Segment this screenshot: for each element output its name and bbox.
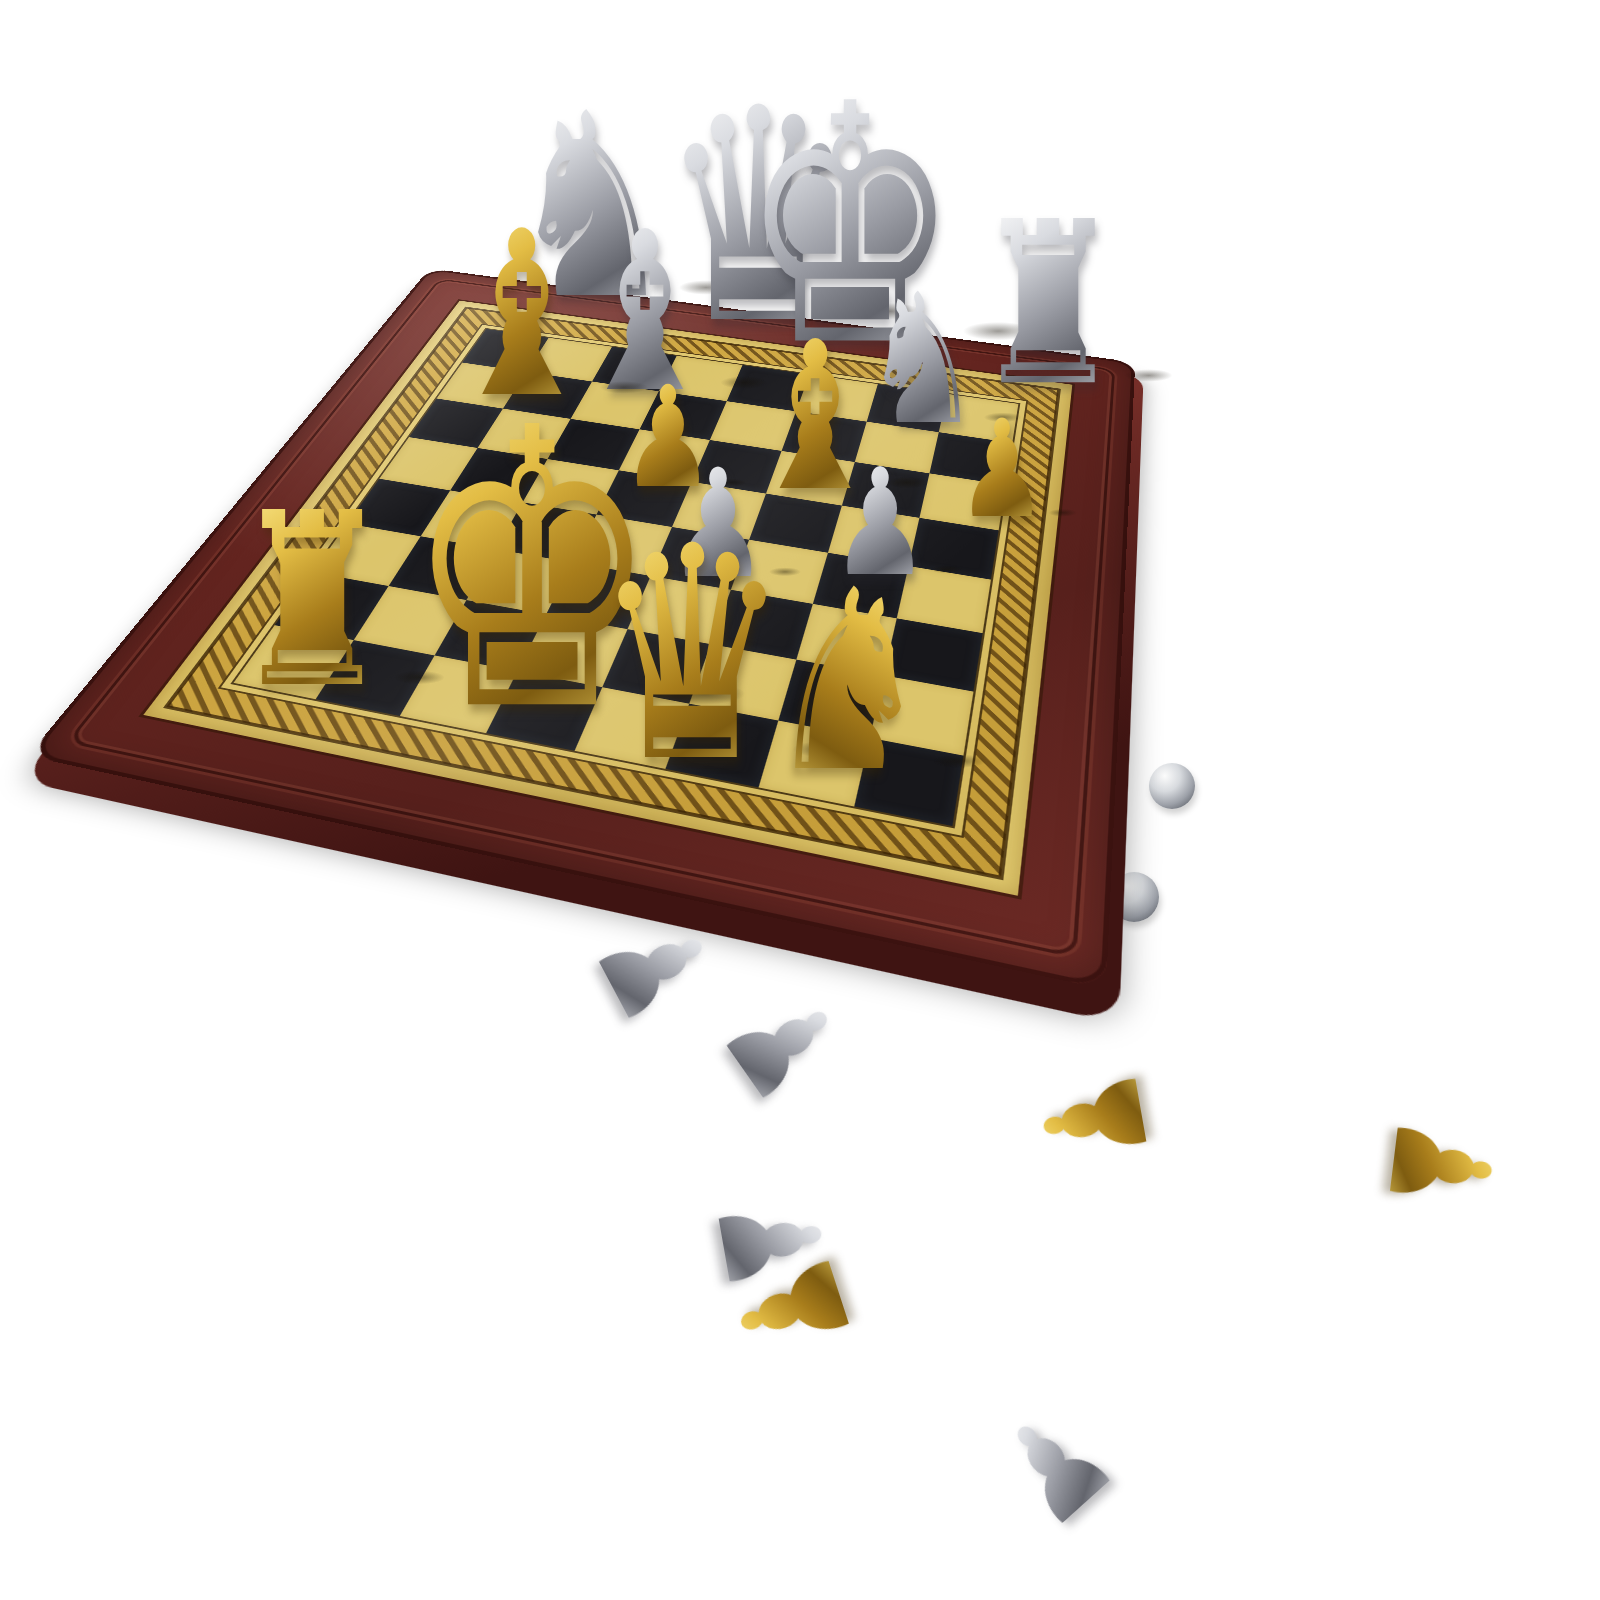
piece-gold-knight-h2[interactable]: ♞: [848, 762, 1072, 1012]
offboard-gold-pawn-3[interactable]: ♟: [1095, 1118, 1216, 1253]
piece-gold-pawn-h6[interactable]: ♟: [1002, 513, 1123, 648]
offboard-gold-pawn-6[interactable]: ♟: [793, 1307, 919, 1447]
offboard-silver-pawn-7[interactable]: ♟: [1055, 1467, 1176, 1600]
offboard-silver-pawn-2[interactable]: ♟: [783, 1045, 904, 1180]
product-photo: ♞♛♚♜♝♞♟♟♝♝♟♟♜♚♛♞♟♟♟♟♟♟♟: [0, 0, 1600, 1600]
edge-pawn-head-1[interactable]: [1149, 763, 1195, 809]
offboard-gold-pawn-4[interactable]: ♟: [1440, 1165, 1561, 1300]
